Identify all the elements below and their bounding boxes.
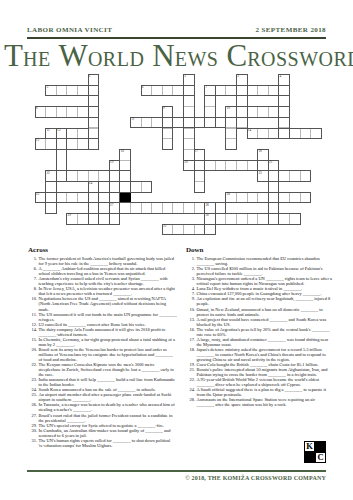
clue-text: In Tanzania, a teenager was beaten to de… xyxy=(39,402,178,412)
clue-item: 13.A rail project that would have connec… xyxy=(186,317,333,327)
clue-text: In New Jersey, USA, a television weather… xyxy=(39,286,178,296)
clue-text: A ________ Arabian-led coalition accepte… xyxy=(39,266,178,276)
clue-text: An explosion and fire at an oil refinery… xyxy=(197,296,334,306)
clue-number: 26. xyxy=(28,402,39,412)
clue-item: 18.Japan's defence ministry asked the go… xyxy=(186,347,333,362)
logo-black-square xyxy=(304,452,315,463)
clue-text: A Saudi official suggested there is a pl… xyxy=(197,387,334,397)
grid-cell[interactable] xyxy=(194,181,206,193)
clue-number: 16. xyxy=(186,327,197,337)
clue-text: The Kenyan runner Conseslus Kipruto won … xyxy=(39,362,178,377)
clue-item: 22.A 95-year-old British World War 2 vet… xyxy=(186,377,333,387)
clue-text: Omaui, in New Zealand, announced a ban o… xyxy=(197,307,334,317)
clue-number: 22. xyxy=(28,362,39,377)
clue-text: A 95-year-old British World War 2 vetera… xyxy=(197,377,334,387)
clue-number: 10. xyxy=(186,307,197,317)
clue-number: 10. xyxy=(28,296,39,311)
grid-cell[interactable] xyxy=(45,202,57,214)
logo-black-square xyxy=(315,441,326,452)
clue-item: 6.A ________ Arabian-led coalition accep… xyxy=(28,266,177,276)
clue-number: 8. xyxy=(28,286,39,296)
clue-item: 14.The dairy company Arla Foods announce… xyxy=(28,327,177,337)
clue-item: 20.Brazil sent its army to the Venezuela… xyxy=(28,347,177,362)
grid-cell[interactable] xyxy=(289,213,301,225)
clue-number: 5. xyxy=(28,256,39,266)
clue-text: The US announced it will cut funds to th… xyxy=(39,312,178,322)
clue-item: 2.The US cancelled $300 million in aid t… xyxy=(186,266,333,276)
clue-item: 28.Astronauts on the International Space… xyxy=(186,397,333,407)
grid-cell[interactable] xyxy=(109,213,121,225)
clue-item: 9.An explosion and fire at an oil refine… xyxy=(186,296,333,306)
clue-number: 13. xyxy=(186,317,197,327)
clue-text: Amsterdam's city council asked civil ser… xyxy=(39,276,178,286)
across-heading: Across xyxy=(28,248,177,253)
across-clues-column: Across 5.The former president of South A… xyxy=(28,248,177,448)
clue-item: 31.The UN's human rights experts called … xyxy=(28,438,177,448)
clue-text: An airport staff member died after a pas… xyxy=(39,392,178,402)
clue-number: 7. xyxy=(28,276,39,286)
clue-item: 27.Brazil's court ruled that the jailed … xyxy=(28,413,177,423)
clue-number: 25. xyxy=(28,392,39,402)
down-heading: Down xyxy=(186,248,333,253)
clue-number: 14. xyxy=(28,327,39,337)
clue-item: 7.Amsterdam's city council asked civil s… xyxy=(28,276,177,286)
footer-rule xyxy=(27,470,326,472)
grid-cell[interactable] xyxy=(300,192,312,204)
clue-text: The European Commission recommended that… xyxy=(197,256,334,266)
clue-item: 17.A large, rusty, and abandoned contain… xyxy=(186,337,333,347)
clue-text: A rail project that would have connected… xyxy=(197,317,334,327)
clue-item: 15.In Chemnitz, Germany, a far-right gro… xyxy=(28,337,177,347)
grid-cell[interactable] xyxy=(225,138,237,150)
clue-text: Astronauts on the International Space St… xyxy=(197,397,334,407)
clue-text: India announced that it will help ______… xyxy=(39,377,178,387)
publisher-logo: K C xyxy=(304,441,326,463)
grid-cell[interactable] xyxy=(300,170,312,182)
clue-text: The dairy company Arla Foods announced i… xyxy=(39,327,178,337)
clue-item: 1.The European Commission recommended th… xyxy=(186,256,333,266)
grid-cell[interactable] xyxy=(141,181,153,193)
clue-item: 10.Omaui, in New Zealand, announced a ba… xyxy=(186,307,333,317)
down-clue-list: 1.The European Commission recommended th… xyxy=(186,256,333,407)
clue-item: 22.The Kenyan runner Conseslus Kipruto w… xyxy=(28,362,177,377)
clue-text: Nicaragua's government ordered a UN ____… xyxy=(197,276,334,286)
clue-number: 11. xyxy=(28,312,39,322)
clue-item: 24.A Saudi official suggested there is a… xyxy=(186,387,333,397)
clue-item: 25.An airport staff member died after a … xyxy=(28,392,177,402)
crossword-grid: 1234567891011121314151617181920212223242… xyxy=(0,0,353,240)
clue-text: The former president of South America's … xyxy=(39,256,178,266)
clue-item: 10.Negotiations between the US and _____… xyxy=(28,296,177,311)
grid-cell[interactable] xyxy=(88,138,100,150)
clue-number: 9. xyxy=(186,296,197,306)
clue-number: 27. xyxy=(28,413,39,423)
clue-text: Japan's defence ministry asked the gover… xyxy=(197,347,334,362)
clue-number: 30. xyxy=(28,428,39,438)
clue-text: A large, rusty, and abandoned container … xyxy=(197,337,334,347)
clue-text: The UN's human rights experts called for… xyxy=(39,438,178,448)
clue-item: 16.The value of Argentina's peso fell by… xyxy=(186,327,333,337)
clue-text: The US cancelled $300 million in aid to … xyxy=(197,266,334,276)
grid-cell[interactable] xyxy=(204,224,216,236)
clue-number: 15. xyxy=(28,337,39,347)
clue-number: 1. xyxy=(186,256,197,266)
clue-item: 5.The former president of South America'… xyxy=(28,256,177,266)
clue-number: 22. xyxy=(186,377,197,387)
clue-text: In Cambodia, an Australian film-maker wa… xyxy=(39,428,178,438)
clue-number: 28. xyxy=(186,397,197,407)
clue-text: Brazil's court ruled that the jailed for… xyxy=(39,413,178,423)
clue-text: Bosnia's police intercepted about 50 mig… xyxy=(197,367,334,377)
clue-number: 6. xyxy=(28,266,39,276)
grid-cell[interactable] xyxy=(162,138,174,150)
clue-item: 30.In Cambodia, an Australian film-maker… xyxy=(28,428,177,438)
clue-text: Negotiations between the US and ________… xyxy=(39,296,178,311)
grid-cell[interactable] xyxy=(310,128,322,140)
copyright-line: © 2018, THE KOMIŽA CROSSWORD COMPANY xyxy=(185,475,326,481)
clue-number: 31. xyxy=(28,438,39,448)
clue-number: 3. xyxy=(186,276,197,286)
clue-number: 17. xyxy=(186,337,197,347)
clue-number: 24. xyxy=(186,387,197,397)
clue-item: 26.In Tanzania, a teenager was beaten to… xyxy=(28,402,177,412)
clue-item: 3.Nicaragua's government ordered a UN __… xyxy=(186,276,333,286)
clue-item: 23.India announced that it will help ___… xyxy=(28,377,177,387)
clue-item: 8.In New Jersey, USA, a television weath… xyxy=(28,286,177,296)
clue-text: Brazil sent its army to the Venezuelan b… xyxy=(39,347,178,362)
across-clue-list: 5.The former president of South America'… xyxy=(28,256,177,448)
logo-letter-k: K xyxy=(304,441,315,452)
clue-item: 11.The US announced it will cut funds to… xyxy=(28,312,177,322)
down-clues-column: Down 1.The European Commission recommend… xyxy=(186,248,333,407)
clue-number: 20. xyxy=(28,347,39,362)
clue-number: 18. xyxy=(186,347,197,362)
clue-text: The value of Argentina's peso fell by 20… xyxy=(197,327,334,337)
clue-number: 2. xyxy=(186,266,197,276)
clue-number: 21. xyxy=(186,367,197,377)
logo-letter-c: C xyxy=(315,452,326,463)
clue-item: 21.Bosnia's police intercepted about 50 … xyxy=(186,367,333,377)
clue-number: 23. xyxy=(28,377,39,387)
clue-text: In Chemnitz, Germany, a far-right group … xyxy=(39,337,178,347)
